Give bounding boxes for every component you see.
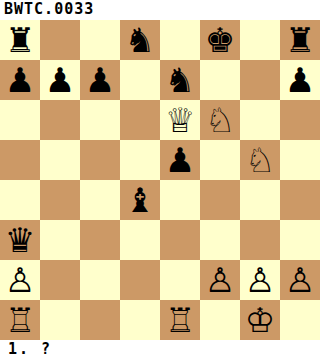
white-pawn-h2: ♙ [285,260,315,300]
square-h1[interactable] [280,300,320,340]
square-d5[interactable] [120,140,160,180]
square-a2[interactable]: ♙ [0,260,40,300]
square-a1[interactable]: ♖ [0,300,40,340]
square-f1[interactable] [200,300,240,340]
square-b4[interactable] [40,180,80,220]
square-e6[interactable]: ♕ [160,100,200,140]
square-e2[interactable] [160,260,200,300]
square-f3[interactable] [200,220,240,260]
white-pawn-a2: ♙ [5,260,35,300]
black-rook-h8: ♜ [285,20,315,60]
square-c6[interactable] [80,100,120,140]
square-a5[interactable] [0,140,40,180]
square-h7[interactable]: ♟ [280,60,320,100]
white-knight-f6: ♘ [205,100,235,140]
black-knight-d8: ♞ [125,20,155,60]
square-b8[interactable] [40,20,80,60]
square-c1[interactable] [80,300,120,340]
square-g3[interactable] [240,220,280,260]
square-c7[interactable]: ♟ [80,60,120,100]
white-pawn-f2: ♙ [205,260,235,300]
square-f2[interactable]: ♙ [200,260,240,300]
square-h5[interactable] [280,140,320,180]
square-a6[interactable] [0,100,40,140]
white-rook-a1: ♖ [5,300,35,340]
square-a7[interactable]: ♟ [0,60,40,100]
square-h4[interactable] [280,180,320,220]
square-e8[interactable] [160,20,200,60]
square-e7[interactable]: ♞ [160,60,200,100]
square-d4[interactable]: ♝ [120,180,160,220]
black-pawn-b7: ♟ [45,60,75,100]
square-g6[interactable] [240,100,280,140]
black-pawn-e5: ♟ [165,140,195,180]
square-e1[interactable]: ♖ [160,300,200,340]
square-c3[interactable] [80,220,120,260]
square-h6[interactable] [280,100,320,140]
square-b6[interactable] [40,100,80,140]
black-bishop-d4: ♝ [125,180,155,220]
move-prompt: 1. ? [0,340,320,360]
square-f5[interactable] [200,140,240,180]
white-queen-e6: ♕ [165,100,195,140]
square-g2[interactable]: ♙ [240,260,280,300]
black-pawn-a7: ♟ [5,60,35,100]
puzzle-title: BWTC.0033 [0,0,320,20]
square-g1[interactable]: ♔ [240,300,280,340]
square-c4[interactable] [80,180,120,220]
square-c2[interactable] [80,260,120,300]
square-g4[interactable] [240,180,280,220]
square-d6[interactable] [120,100,160,140]
square-d1[interactable] [120,300,160,340]
square-d8[interactable]: ♞ [120,20,160,60]
square-e3[interactable] [160,220,200,260]
square-b3[interactable] [40,220,80,260]
black-knight-e7: ♞ [165,60,195,100]
black-pawn-c7: ♟ [85,60,115,100]
square-g5[interactable]: ♘ [240,140,280,180]
square-h3[interactable] [280,220,320,260]
square-e5[interactable]: ♟ [160,140,200,180]
square-c5[interactable] [80,140,120,180]
square-f6[interactable]: ♘ [200,100,240,140]
white-rook-e1: ♖ [165,300,195,340]
square-d7[interactable] [120,60,160,100]
black-king-f8: ♚ [205,20,235,60]
square-d2[interactable] [120,260,160,300]
square-h2[interactable]: ♙ [280,260,320,300]
square-f8[interactable]: ♚ [200,20,240,60]
black-pawn-h7: ♟ [285,60,315,100]
white-pawn-g2: ♙ [245,260,275,300]
chess-diagram-window: BWTC.0033 ♜♞♚♜♟♟♟♞♟♕♘♟♘♝♛♙♙♙♙♖♖♔ 1. ? [0,0,320,360]
square-f4[interactable] [200,180,240,220]
white-knight-g5: ♘ [245,140,275,180]
square-g8[interactable] [240,20,280,60]
square-b1[interactable] [40,300,80,340]
square-g7[interactable] [240,60,280,100]
square-c8[interactable] [80,20,120,60]
square-b7[interactable]: ♟ [40,60,80,100]
black-queen-a3: ♛ [5,220,35,260]
black-rook-a8: ♜ [5,20,35,60]
square-d3[interactable] [120,220,160,260]
square-h8[interactable]: ♜ [280,20,320,60]
white-king-g1: ♔ [245,300,275,340]
chess-board: ♜♞♚♜♟♟♟♞♟♕♘♟♘♝♛♙♙♙♙♖♖♔ [0,20,320,340]
square-b2[interactable] [40,260,80,300]
square-f7[interactable] [200,60,240,100]
square-a4[interactable] [0,180,40,220]
square-b5[interactable] [40,140,80,180]
square-a3[interactable]: ♛ [0,220,40,260]
square-e4[interactable] [160,180,200,220]
square-a8[interactable]: ♜ [0,20,40,60]
